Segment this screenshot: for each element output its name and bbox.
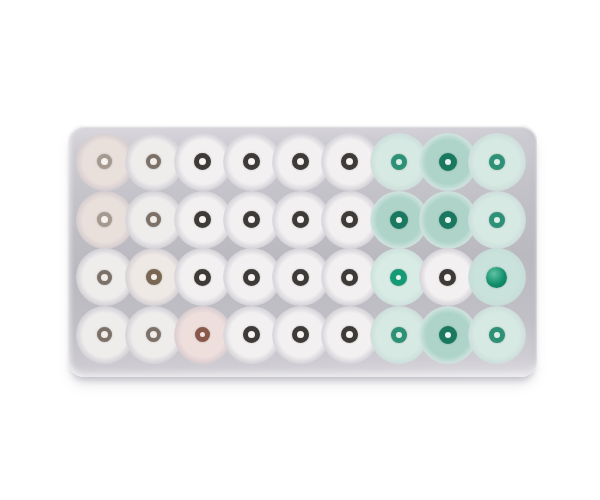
oring <box>243 211 260 228</box>
oring <box>341 211 358 228</box>
well-r1c6 <box>325 133 374 191</box>
well-r2c1 <box>80 191 129 249</box>
oring <box>97 270 112 285</box>
oring <box>439 211 457 229</box>
well-r1c5 <box>276 133 325 191</box>
well-r4c3 <box>178 306 227 364</box>
well-r4c1 <box>80 306 129 364</box>
well-r1c8 <box>423 133 472 191</box>
oring <box>97 212 112 227</box>
oring <box>390 269 407 286</box>
well-r3c4 <box>227 248 276 306</box>
oring <box>390 211 408 229</box>
well-r4c7 <box>374 306 423 364</box>
oring <box>489 327 505 343</box>
oring <box>439 269 456 286</box>
well-r3c1 <box>80 248 129 306</box>
well-r3c6 <box>325 248 374 306</box>
oring <box>489 154 505 170</box>
oring <box>292 211 309 228</box>
well-r4c8 <box>423 306 472 364</box>
well-r1c1 <box>80 133 129 191</box>
well-r1c7 <box>374 133 423 191</box>
well-r2c8 <box>423 191 472 249</box>
oring <box>146 212 161 227</box>
well-r2c6 <box>325 191 374 249</box>
oring <box>292 269 309 286</box>
well-r4c2 <box>129 306 178 364</box>
well-r1c9 <box>472 133 521 191</box>
well-r3c2 <box>129 248 178 306</box>
well-r3c8 <box>423 248 472 306</box>
silicone-gasket-tray <box>68 125 537 377</box>
well-r3c5 <box>276 248 325 306</box>
well-r3c7 <box>374 248 423 306</box>
well-r1c3 <box>178 133 227 191</box>
green-bead <box>486 267 507 288</box>
oring <box>243 269 260 286</box>
product-photo <box>0 0 600 500</box>
oring <box>194 211 211 228</box>
oring <box>391 154 407 170</box>
oring <box>146 269 162 285</box>
well-r4c9 <box>472 306 521 364</box>
well-r2c3 <box>178 191 227 249</box>
oring <box>194 269 211 286</box>
well-r3c3 <box>178 248 227 306</box>
well-r4c6 <box>325 306 374 364</box>
well-r2c4 <box>227 191 276 249</box>
well-r2c7 <box>374 191 423 249</box>
well-r1c4 <box>227 133 276 191</box>
oring <box>439 153 457 171</box>
well-r4c4 <box>227 306 276 364</box>
well-r1c2 <box>129 133 178 191</box>
well-r4c5 <box>276 306 325 364</box>
oring <box>391 327 407 343</box>
well-grid <box>80 133 521 364</box>
well-r3c9 <box>472 248 521 306</box>
oring <box>489 212 505 228</box>
well-r2c5 <box>276 191 325 249</box>
well-r2c9 <box>472 191 521 249</box>
well-r2c2 <box>129 191 178 249</box>
oring <box>341 269 358 286</box>
oring <box>439 326 457 344</box>
